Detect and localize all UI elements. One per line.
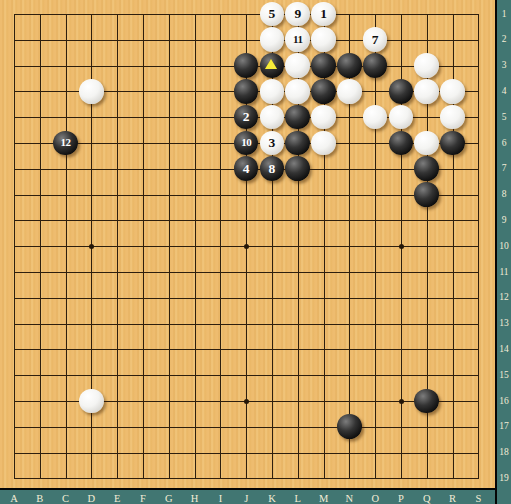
- black-stone[interactable]: [234, 79, 259, 104]
- white-stone[interactable]: 1: [311, 2, 336, 27]
- column-coordinate-label: N: [343, 493, 355, 504]
- row-coordinate-label: 5: [497, 112, 511, 123]
- column-coordinate-label: R: [447, 493, 459, 504]
- row-coordinate-label: 18: [497, 447, 511, 458]
- row-coordinates-strip: 12345678910111213141516171819: [495, 0, 511, 504]
- point-K1[interactable]: 5: [259, 1, 285, 27]
- point-J5[interactable]: 2: [233, 104, 259, 130]
- black-stone[interactable]: 4: [234, 156, 259, 181]
- move-number-label: 12: [53, 131, 78, 156]
- white-stone[interactable]: [79, 79, 104, 104]
- black-stone[interactable]: [285, 156, 310, 181]
- black-stone[interactable]: [285, 105, 310, 130]
- black-stone[interactable]: [363, 53, 388, 78]
- column-coordinate-label: S: [472, 493, 484, 504]
- point-M6[interactable]: [311, 130, 337, 156]
- column-coordinate-label: L: [292, 493, 304, 504]
- column-coordinate-label: F: [137, 493, 149, 504]
- row-coordinate-label: 10: [497, 241, 511, 252]
- white-stone[interactable]: [440, 79, 465, 104]
- black-stone[interactable]: [234, 53, 259, 78]
- point-K6[interactable]: 3: [259, 130, 285, 156]
- row-coordinate-label: 9: [497, 215, 511, 226]
- white-stone[interactable]: [414, 131, 439, 156]
- point-Q4[interactable]: [414, 78, 440, 104]
- point-L2[interactable]: 11: [285, 27, 311, 53]
- point-J4[interactable]: [233, 78, 259, 104]
- column-coordinates-strip: ABCDEFGHIJKLMNOPQRS: [0, 488, 497, 504]
- move-number-label: 11: [285, 27, 310, 52]
- row-coordinate-label: 7: [497, 163, 511, 174]
- white-stone[interactable]: 9: [285, 2, 310, 27]
- row-coordinate-label: 19: [497, 473, 511, 484]
- point-M3[interactable]: [311, 53, 337, 79]
- move-number-label: 7: [363, 27, 388, 52]
- white-stone[interactable]: [79, 389, 104, 414]
- point-P6[interactable]: [388, 130, 414, 156]
- white-stone[interactable]: [389, 105, 414, 130]
- point-J6[interactable]: 10: [233, 130, 259, 156]
- black-stone[interactable]: 10: [234, 131, 259, 156]
- column-coordinate-label: D: [85, 493, 97, 504]
- point-C6[interactable]: 12: [53, 130, 79, 156]
- row-coordinate-label: 6: [497, 138, 511, 149]
- column-coordinate-label: H: [189, 493, 201, 504]
- black-stone[interactable]: 12: [53, 131, 78, 156]
- point-R4[interactable]: [440, 78, 466, 104]
- go-board[interactable]: 59111721210348 1234567891011121314151617…: [0, 0, 511, 504]
- point-L7[interactable]: [285, 156, 311, 182]
- point-L3[interactable]: [285, 53, 311, 79]
- white-stone[interactable]: [311, 131, 336, 156]
- column-coordinate-label: Q: [421, 493, 433, 504]
- point-N4[interactable]: [336, 78, 362, 104]
- point-N3[interactable]: [336, 53, 362, 79]
- row-coordinate-label: 16: [497, 396, 511, 407]
- point-M4[interactable]: [311, 78, 337, 104]
- row-coordinate-label: 2: [497, 34, 511, 45]
- column-coordinate-label: P: [395, 493, 407, 504]
- column-coordinate-label: I: [214, 493, 226, 504]
- move-number-label: 5: [260, 2, 285, 27]
- column-coordinate-label: G: [163, 493, 175, 504]
- black-stone[interactable]: [389, 79, 414, 104]
- black-stone[interactable]: [311, 79, 336, 104]
- white-stone[interactable]: [363, 105, 388, 130]
- row-coordinate-label: 1: [497, 9, 511, 20]
- point-M2[interactable]: [311, 27, 337, 53]
- column-coordinate-label: E: [111, 493, 123, 504]
- row-coordinate-label: 4: [497, 86, 511, 97]
- move-number-label: 4: [234, 156, 259, 181]
- point-K2[interactable]: [259, 27, 285, 53]
- point-D16[interactable]: [78, 388, 104, 414]
- white-stone[interactable]: [260, 105, 285, 130]
- column-coordinate-label: O: [369, 493, 381, 504]
- white-stone[interactable]: [440, 105, 465, 130]
- white-stone[interactable]: [285, 79, 310, 104]
- point-O5[interactable]: [362, 104, 388, 130]
- point-L5[interactable]: [285, 104, 311, 130]
- black-stone[interactable]: [337, 414, 362, 439]
- point-R5[interactable]: [440, 104, 466, 130]
- row-coordinate-label: 17: [497, 421, 511, 432]
- point-J7[interactable]: 4: [233, 156, 259, 182]
- move-number-label: 1: [311, 2, 336, 27]
- point-L4[interactable]: [285, 78, 311, 104]
- point-K5[interactable]: [259, 104, 285, 130]
- row-coordinate-label: 11: [497, 267, 511, 278]
- point-O3[interactable]: [362, 53, 388, 79]
- point-K3[interactable]: [259, 53, 285, 79]
- column-coordinate-label: K: [266, 493, 278, 504]
- white-stone[interactable]: 3: [260, 131, 285, 156]
- point-N17[interactable]: [336, 414, 362, 440]
- row-coordinate-label: 15: [497, 370, 511, 381]
- white-stone[interactable]: [414, 79, 439, 104]
- white-stone[interactable]: 11: [285, 27, 310, 52]
- black-stone[interactable]: [285, 131, 310, 156]
- white-stone[interactable]: [337, 79, 362, 104]
- column-coordinate-label: J: [240, 493, 252, 504]
- point-M5[interactable]: [311, 104, 337, 130]
- point-Q8[interactable]: [414, 182, 440, 208]
- point-K4[interactable]: [259, 78, 285, 104]
- black-stone[interactable]: 2: [234, 105, 259, 130]
- white-stone[interactable]: [260, 27, 285, 52]
- point-Q7[interactable]: [414, 156, 440, 182]
- point-P5[interactable]: [388, 104, 414, 130]
- move-number-label: 10: [234, 131, 259, 156]
- black-stone[interactable]: [311, 53, 336, 78]
- point-R6[interactable]: [440, 130, 466, 156]
- point-D4[interactable]: [78, 78, 104, 104]
- point-Q16[interactable]: [414, 388, 440, 414]
- white-stone[interactable]: [260, 79, 285, 104]
- move-number-label: 9: [285, 2, 310, 27]
- black-stone[interactable]: [260, 53, 285, 78]
- column-coordinate-label: M: [318, 493, 330, 504]
- move-number-label: 2: [234, 105, 259, 130]
- column-coordinate-label: B: [34, 493, 46, 504]
- point-L1[interactable]: 9: [285, 1, 311, 27]
- row-coordinate-label: 8: [497, 189, 511, 200]
- row-coordinate-label: 12: [497, 292, 511, 303]
- white-stone[interactable]: 5: [260, 2, 285, 27]
- white-stone[interactable]: [311, 105, 336, 130]
- stones-layer: 59111721210348: [1, 1, 491, 491]
- point-J3[interactable]: [233, 53, 259, 79]
- triangle-marker-icon: [265, 59, 277, 69]
- white-stone[interactable]: [285, 53, 310, 78]
- point-L6[interactable]: [285, 130, 311, 156]
- black-stone[interactable]: [389, 131, 414, 156]
- point-M1[interactable]: 1: [311, 1, 337, 27]
- black-stone[interactable]: [414, 156, 439, 181]
- move-number-label: 3: [260, 131, 285, 156]
- black-stone[interactable]: [440, 131, 465, 156]
- white-stone[interactable]: [311, 27, 336, 52]
- black-stone[interactable]: [414, 389, 439, 414]
- point-Q3[interactable]: [414, 53, 440, 79]
- white-stone[interactable]: [414, 53, 439, 78]
- white-stone[interactable]: 7: [363, 27, 388, 52]
- column-coordinate-label: A: [8, 493, 20, 504]
- move-number-label: 8: [260, 156, 285, 181]
- row-coordinate-label: 3: [497, 60, 511, 71]
- point-Q6[interactable]: [414, 130, 440, 156]
- row-coordinate-label: 13: [497, 318, 511, 329]
- point-K7[interactable]: 8: [259, 156, 285, 182]
- black-stone[interactable]: [414, 182, 439, 207]
- black-stone[interactable]: [337, 53, 362, 78]
- point-P4[interactable]: [388, 78, 414, 104]
- point-O2[interactable]: 7: [362, 27, 388, 53]
- row-coordinate-label: 14: [497, 344, 511, 355]
- column-coordinate-label: C: [60, 493, 72, 504]
- black-stone[interactable]: 8: [260, 156, 285, 181]
